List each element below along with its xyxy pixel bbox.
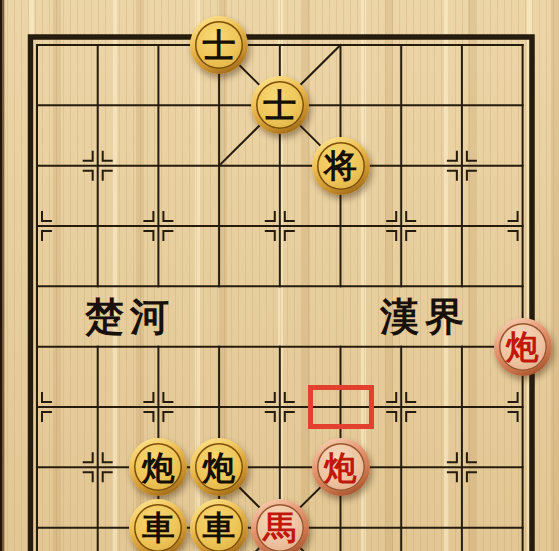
piece-black-advisor[interactable]: 士 — [190, 16, 248, 74]
screen-left-edge-shadow — [0, 0, 5, 551]
piece-glyph: 炮 — [203, 451, 236, 484]
piece-glyph: 車 — [203, 511, 236, 544]
piece-face: 将 — [317, 142, 365, 190]
piece-face: 車 — [195, 504, 243, 551]
piece-glyph: 馬 — [263, 511, 296, 544]
piece-black-chariot[interactable]: 車 — [190, 499, 248, 551]
piece-black-advisor[interactable]: 士 — [251, 76, 309, 134]
piece-face: 士 — [195, 21, 243, 69]
piece-glyph: 車 — [142, 511, 175, 544]
piece-face: 馬 — [256, 504, 304, 551]
piece-glyph: 将 — [324, 149, 357, 182]
piece-red-cannon[interactable]: 炮 — [494, 318, 552, 376]
river-label-left: 楚河 — [85, 297, 175, 336]
river-label-right: 漢界 — [380, 297, 470, 336]
piece-red-horse[interactable]: 馬 — [251, 499, 309, 551]
piece-black-general[interactable]: 将 — [312, 137, 370, 195]
piece-black-cannon[interactable]: 炮 — [190, 438, 248, 496]
piece-face: 士 — [256, 81, 304, 129]
piece-face: 炮 — [134, 443, 182, 491]
highlight-square[interactable] — [308, 385, 374, 429]
piece-glyph: 士 — [263, 89, 296, 122]
piece-face: 炮 — [195, 443, 243, 491]
piece-face: 車 — [134, 504, 182, 551]
piece-face: 炮 — [317, 443, 365, 491]
piece-glyph: 炮 — [324, 451, 357, 484]
piece-glyph: 炮 — [506, 330, 539, 363]
piece-glyph: 炮 — [142, 451, 175, 484]
piece-glyph: 士 — [203, 29, 236, 62]
piece-face: 炮 — [499, 323, 547, 371]
xiangqi-screen: 楚河 漢界 士士将炮炮炮炮車車馬 — [0, 0, 559, 551]
piece-red-cannon[interactable]: 炮 — [312, 438, 370, 496]
